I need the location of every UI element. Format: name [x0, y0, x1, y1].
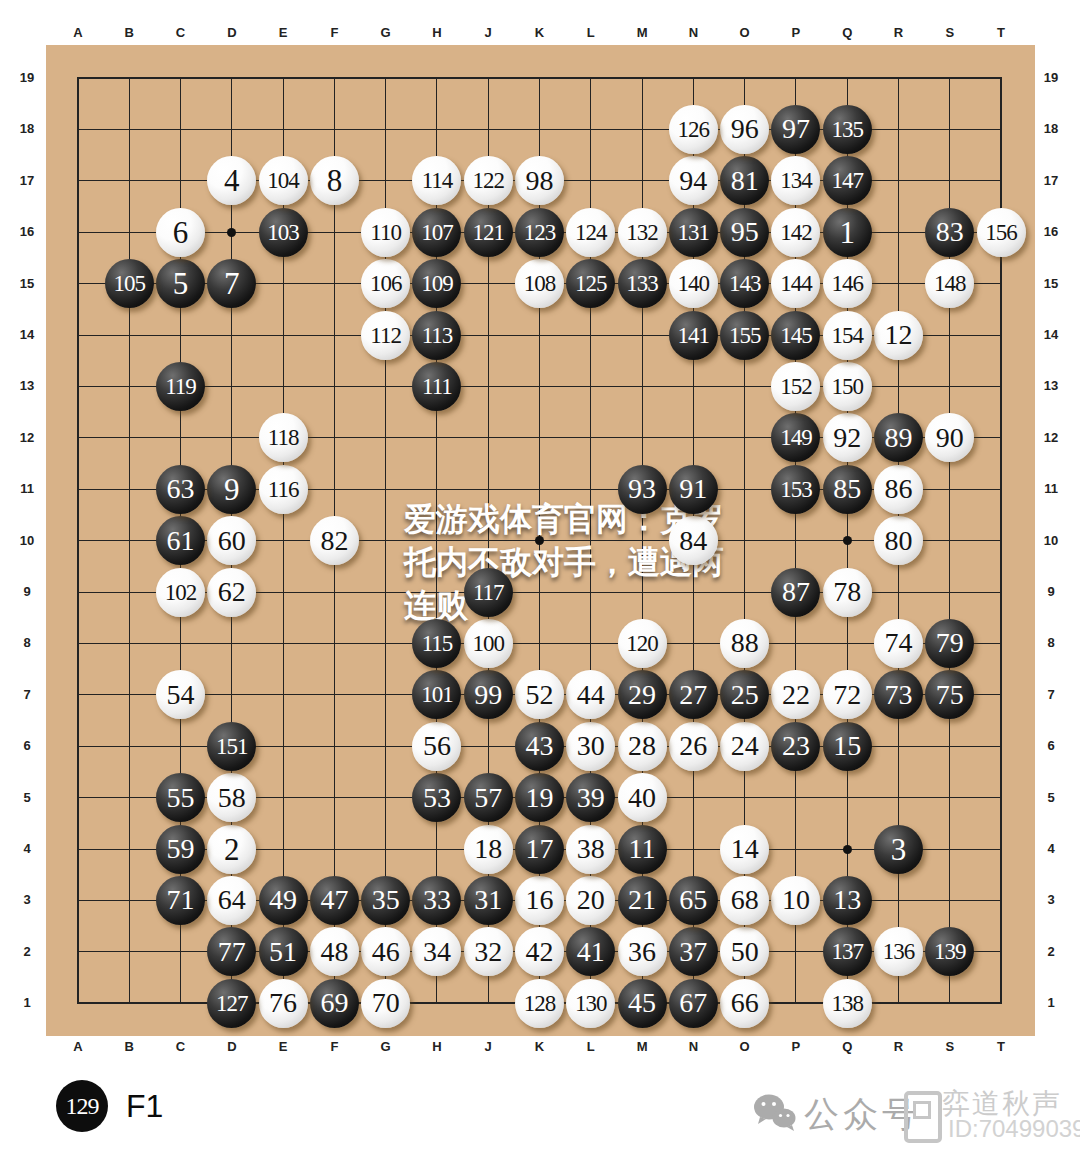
move-number: 69: [320, 989, 348, 1017]
move-number: 112: [370, 324, 401, 347]
row-label-right-8: 8: [1034, 635, 1068, 650]
stone-Q13-move-150: 150: [823, 362, 872, 411]
stone-Q14-move-154: 154: [823, 311, 872, 360]
stone-K2-move-42: 42: [515, 927, 564, 976]
move-number: 11: [629, 835, 656, 863]
col-label-top-N: N: [676, 25, 710, 40]
move-number: 59: [167, 835, 195, 863]
wechat-icon: [752, 1093, 798, 1133]
stone-K16-move-123: 123: [515, 208, 564, 257]
move-number: 115: [422, 632, 453, 655]
stone-C3-move-71: 71: [156, 876, 205, 925]
stone-M16-move-132: 132: [618, 208, 667, 257]
move-number: 90: [936, 424, 964, 452]
move-number: 104: [267, 169, 299, 192]
move-number: 46: [372, 938, 400, 966]
move-number: 36: [628, 938, 656, 966]
stone-S15-move-148: 148: [925, 259, 974, 308]
move-number: 119: [165, 375, 196, 398]
row-label-left-4: 4: [10, 841, 44, 856]
stone-C5-move-55: 55: [156, 773, 205, 822]
move-number: 118: [268, 426, 299, 449]
row-label-left-19: 19: [10, 70, 44, 85]
move-number: 2: [224, 834, 240, 865]
star-point-Q4: [843, 845, 852, 854]
move-number: 9: [224, 474, 240, 505]
move-number: 125: [575, 272, 607, 295]
stone-N16-move-131: 131: [669, 208, 718, 257]
stone-R2-move-136: 136: [874, 927, 923, 976]
col-label-bottom-N: N: [676, 1039, 710, 1054]
col-label-top-K: K: [523, 25, 557, 40]
move-number: 10: [782, 886, 810, 914]
stone-M2-move-36: 36: [618, 927, 667, 976]
watermark-id: ID:70499039: [948, 1115, 1080, 1143]
grid-line-horizontal: [77, 643, 1002, 644]
move-number: 101: [421, 683, 453, 706]
move-number: 136: [883, 940, 915, 963]
stone-P18-move-97: 97: [771, 105, 820, 154]
col-label-bottom-Q: Q: [830, 1039, 864, 1054]
move-number: 44: [577, 681, 605, 709]
stone-N10-move-84: 84: [669, 516, 718, 565]
stone-E1-move-76: 76: [259, 979, 308, 1028]
col-label-bottom-A: A: [61, 1039, 95, 1054]
row-label-left-12: 12: [10, 430, 44, 445]
stone-N18-move-126: 126: [669, 105, 718, 154]
move-number: 45: [628, 989, 656, 1017]
caption-point-label: F1: [126, 1088, 163, 1125]
move-number: 116: [268, 478, 299, 501]
row-label-left-15: 15: [10, 276, 44, 291]
stone-K4-move-17: 17: [515, 825, 564, 874]
col-label-bottom-G: G: [369, 1039, 403, 1054]
move-number: 93: [628, 475, 656, 503]
move-number: 5: [173, 268, 189, 299]
col-label-bottom-O: O: [728, 1039, 762, 1054]
move-number: 18: [474, 835, 502, 863]
stone-L3-move-20: 20: [566, 876, 615, 925]
col-label-bottom-J: J: [471, 1039, 505, 1054]
move-number: 86: [884, 475, 912, 503]
stone-G3-move-35: 35: [361, 876, 410, 925]
stone-L4-move-38: 38: [566, 825, 615, 874]
move-number: 153: [780, 478, 812, 501]
move-number: 77: [218, 938, 246, 966]
move-number: 75: [936, 681, 964, 709]
move-number: 52: [526, 681, 554, 709]
move-number: 107: [421, 221, 453, 244]
move-number: 85: [833, 475, 861, 503]
stone-L16-move-124: 124: [566, 208, 615, 257]
move-number: 142: [780, 221, 812, 244]
move-number: 149: [780, 426, 812, 449]
stone-D4-move-2: 2: [207, 825, 256, 874]
stone-J4-move-18: 18: [464, 825, 513, 874]
stone-B15-move-105: 105: [105, 259, 154, 308]
move-number: 53: [423, 784, 451, 812]
col-label-top-S: S: [933, 25, 967, 40]
stone-K17-move-98: 98: [515, 156, 564, 205]
col-label-top-L: L: [574, 25, 608, 40]
col-label-top-B: B: [112, 25, 146, 40]
stone-H6-move-56: 56: [412, 722, 461, 771]
row-label-left-16: 16: [10, 224, 44, 239]
stone-R11-move-86: 86: [874, 465, 923, 514]
stone-K6-move-43: 43: [515, 722, 564, 771]
stone-Q11-move-85: 85: [823, 465, 872, 514]
move-number: 58: [218, 784, 246, 812]
overlay-line-3: 连败: [404, 584, 724, 627]
move-number: 40: [628, 784, 656, 812]
row-label-right-11: 11: [1034, 481, 1068, 496]
col-label-bottom-C: C: [164, 1039, 198, 1054]
move-number: 17: [526, 835, 554, 863]
move-number: 41: [577, 938, 605, 966]
stone-D1-move-127: 127: [207, 979, 256, 1028]
stone-E17-move-104: 104: [259, 156, 308, 205]
stone-M5-move-40: 40: [618, 773, 667, 822]
col-label-top-P: P: [779, 25, 813, 40]
row-label-right-17: 17: [1034, 173, 1068, 188]
move-number: 134: [780, 169, 812, 192]
move-number: 3: [891, 834, 907, 865]
stone-E3-move-49: 49: [259, 876, 308, 925]
move-number: 64: [218, 886, 246, 914]
caption-stone-black: 129: [56, 1080, 108, 1132]
stone-O1-move-66: 66: [720, 979, 769, 1028]
move-number: 148: [934, 272, 966, 295]
stone-H16-move-107: 107: [412, 208, 461, 257]
stone-L1-move-130: 130: [566, 979, 615, 1028]
move-number: 55: [167, 784, 195, 812]
move-number: 31: [474, 886, 502, 914]
move-number: 60: [218, 527, 246, 555]
move-number: 80: [884, 527, 912, 555]
row-label-right-16: 16: [1034, 224, 1068, 239]
stone-Q2-move-137: 137: [823, 927, 872, 976]
col-label-top-Q: Q: [830, 25, 864, 40]
stone-Q3-move-13: 13: [823, 876, 872, 925]
stone-P13-move-152: 152: [771, 362, 820, 411]
move-number: 15: [833, 732, 861, 760]
move-number: 98: [526, 167, 554, 195]
go-kifu-page: AABBCCDDEEFFGGHHJJKKLLMMNNOOPPQQRRSSTT19…: [0, 0, 1080, 1156]
move-number: 145: [780, 324, 812, 347]
spam-text-overlay: 爱游戏体育官网：克罗 托内不敌对手，遭遇两 连败: [404, 498, 724, 627]
stone-D3-move-64: 64: [207, 876, 256, 925]
row-label-left-5: 5: [10, 790, 44, 805]
move-number: 19: [526, 784, 554, 812]
stone-J9-move-117: 117: [464, 568, 513, 617]
move-number: 95: [731, 218, 759, 246]
stone-M6-move-28: 28: [618, 722, 667, 771]
move-number: 150: [831, 375, 863, 398]
stone-M1-move-45: 45: [618, 979, 667, 1028]
stone-H14-move-113: 113: [412, 311, 461, 360]
move-number: 54: [167, 681, 195, 709]
stone-C15-move-5: 5: [156, 259, 205, 308]
move-number: 132: [626, 221, 658, 244]
move-number: 49: [269, 886, 297, 914]
stone-M15-move-133: 133: [618, 259, 667, 308]
stone-N2-move-37: 37: [669, 927, 718, 976]
stone-N6-move-26: 26: [669, 722, 718, 771]
move-number: 32: [474, 938, 502, 966]
move-number: 81: [731, 167, 759, 195]
move-number: 99: [474, 681, 502, 709]
stone-O3-move-68: 68: [720, 876, 769, 925]
move-number: 109: [421, 272, 453, 295]
move-number: 66: [731, 989, 759, 1017]
stone-F1-move-69: 69: [310, 979, 359, 1028]
row-label-left-1: 1: [10, 995, 44, 1010]
stone-E11-move-116: 116: [259, 465, 308, 514]
move-number: 131: [678, 221, 710, 244]
move-number: 61: [167, 527, 195, 555]
col-label-top-H: H: [420, 25, 454, 40]
stone-O14-move-155: 155: [720, 311, 769, 360]
move-number: 137: [831, 940, 863, 963]
move-number: 156: [985, 221, 1017, 244]
move-number: 67: [679, 989, 707, 1017]
row-label-left-8: 8: [10, 635, 44, 650]
move-number: 23: [782, 732, 810, 760]
move-number: 8: [327, 165, 343, 196]
move-number: 151: [216, 735, 248, 758]
move-number: 78: [833, 578, 861, 606]
col-label-top-O: O: [728, 25, 762, 40]
stone-P9-move-87: 87: [771, 568, 820, 617]
stone-C9-move-102: 102: [156, 568, 205, 617]
stone-N11-move-91: 91: [669, 465, 718, 514]
stone-O4-move-14: 14: [720, 825, 769, 874]
stone-P14-move-145: 145: [771, 311, 820, 360]
move-number: 79: [936, 629, 964, 657]
stone-Q6-move-15: 15: [823, 722, 872, 771]
col-label-bottom-D: D: [215, 1039, 249, 1054]
row-label-right-14: 14: [1034, 327, 1068, 342]
move-number: 63: [167, 475, 195, 503]
move-number: 29: [628, 681, 656, 709]
stone-M7-move-29: 29: [618, 670, 667, 719]
row-label-left-3: 3: [10, 892, 44, 907]
row-label-left-9: 9: [10, 584, 44, 599]
col-label-bottom-H: H: [420, 1039, 454, 1054]
row-label-right-6: 6: [1034, 738, 1068, 753]
move-number: 84: [679, 527, 707, 555]
move-number: 103: [267, 221, 299, 244]
move-number: 122: [472, 169, 504, 192]
row-label-right-10: 10: [1034, 533, 1068, 548]
stone-M8-move-120: 120: [618, 619, 667, 668]
move-number: 147: [831, 169, 863, 192]
move-number: 14: [731, 835, 759, 863]
row-label-right-9: 9: [1034, 584, 1068, 599]
stone-F3-move-47: 47: [310, 876, 359, 925]
move-number: 22: [782, 681, 810, 709]
move-number: 12: [884, 321, 912, 349]
stone-D11-move-9: 9: [207, 465, 256, 514]
move-number: 65: [679, 886, 707, 914]
row-label-left-14: 14: [10, 327, 44, 342]
stone-J17-move-122: 122: [464, 156, 513, 205]
move-number: 146: [831, 272, 863, 295]
move-number: 110: [370, 221, 401, 244]
move-number: 6: [173, 217, 189, 248]
row-label-left-18: 18: [10, 121, 44, 136]
stone-E2-move-51: 51: [259, 927, 308, 976]
col-label-bottom-K: K: [523, 1039, 557, 1054]
move-number: 62: [218, 578, 246, 606]
move-number: 120: [626, 632, 658, 655]
col-label-top-A: A: [61, 25, 95, 40]
stone-N7-move-27: 27: [669, 670, 718, 719]
col-label-bottom-P: P: [779, 1039, 813, 1054]
move-number: 102: [165, 581, 197, 604]
col-label-bottom-S: S: [933, 1039, 967, 1054]
row-label-left-7: 7: [10, 687, 44, 702]
col-label-top-C: C: [164, 25, 198, 40]
stone-R8-move-74: 74: [874, 619, 923, 668]
move-number: 87: [782, 578, 810, 606]
move-number: 39: [577, 784, 605, 812]
stone-N3-move-65: 65: [669, 876, 718, 925]
stone-C11-move-63: 63: [156, 465, 205, 514]
stone-Q15-move-146: 146: [823, 259, 872, 308]
move-number: 26: [679, 732, 707, 760]
col-label-top-J: J: [471, 25, 505, 40]
move-number: 143: [729, 272, 761, 295]
stone-H3-move-33: 33: [412, 876, 461, 925]
move-number: 28: [628, 732, 656, 760]
stone-J7-move-99: 99: [464, 670, 513, 719]
move-number: 135: [831, 118, 863, 141]
move-number: 13: [833, 886, 861, 914]
stone-O6-move-24: 24: [720, 722, 769, 771]
stone-K1-move-128: 128: [515, 979, 564, 1028]
move-number: 144: [780, 272, 812, 295]
move-number: 73: [884, 681, 912, 709]
col-label-bottom-R: R: [881, 1039, 915, 1054]
stone-R14-move-12: 12: [874, 311, 923, 360]
move-number: 141: [678, 324, 710, 347]
move-number: 57: [474, 784, 502, 812]
move-number: 114: [422, 169, 453, 192]
stone-K3-move-16: 16: [515, 876, 564, 925]
row-label-right-1: 1: [1034, 995, 1068, 1010]
row-label-right-5: 5: [1034, 790, 1068, 805]
stone-T16-move-156: 156: [977, 208, 1026, 257]
stone-J8-move-100: 100: [464, 619, 513, 668]
move-number: 152: [780, 375, 812, 398]
move-number: 89: [884, 424, 912, 452]
col-label-bottom-L: L: [574, 1039, 608, 1054]
stone-H8-move-115: 115: [412, 619, 461, 668]
row-label-right-12: 12: [1034, 430, 1068, 445]
watermark: 公众号 弈道秋声 ID:70499039: [752, 1085, 1072, 1147]
move-number: 76: [269, 989, 297, 1017]
move-caption: 129 F1: [56, 1080, 163, 1132]
row-label-right-4: 4: [1034, 841, 1068, 856]
move-number: 71: [167, 886, 195, 914]
move-number: 100: [472, 632, 504, 655]
stone-H13-move-111: 111: [412, 362, 461, 411]
move-number: 88: [731, 629, 759, 657]
stone-J3-move-31: 31: [464, 876, 513, 925]
move-number: 37: [679, 938, 707, 966]
stone-M11-move-93: 93: [618, 465, 667, 514]
row-label-left-17: 17: [10, 173, 44, 188]
stone-C10-move-61: 61: [156, 516, 205, 565]
move-number: 105: [114, 272, 146, 295]
move-number: 106: [370, 272, 402, 295]
stone-P16-move-142: 142: [771, 208, 820, 257]
col-label-top-G: G: [369, 25, 403, 40]
row-label-right-19: 19: [1034, 70, 1068, 85]
move-number: 56: [423, 732, 451, 760]
move-number: 27: [679, 681, 707, 709]
move-number: 70: [372, 989, 400, 1017]
col-label-bottom-F: F: [317, 1039, 351, 1054]
move-number: 50: [731, 938, 759, 966]
move-number: 20: [577, 886, 605, 914]
move-number: 133: [626, 272, 658, 295]
move-number: 130: [575, 992, 607, 1015]
stone-L6-move-30: 30: [566, 722, 615, 771]
stone-D9-move-62: 62: [207, 568, 256, 617]
stone-O15-move-143: 143: [720, 259, 769, 308]
move-number: 113: [422, 324, 453, 347]
move-number: 140: [678, 272, 710, 295]
move-number: 124: [575, 221, 607, 244]
stone-Q12-move-92: 92: [823, 413, 872, 462]
stone-C7-move-54: 54: [156, 670, 205, 719]
stone-E12-move-118: 118: [259, 413, 308, 462]
stone-R12-move-89: 89: [874, 413, 923, 462]
col-label-top-E: E: [266, 25, 300, 40]
stone-O16-move-95: 95: [720, 208, 769, 257]
stone-R4-move-3: 3: [874, 825, 923, 874]
move-number: 96: [731, 115, 759, 143]
move-number: 21: [628, 886, 656, 914]
row-label-right-7: 7: [1034, 687, 1068, 702]
col-label-bottom-E: E: [266, 1039, 300, 1054]
stone-C16-move-6: 6: [156, 208, 205, 257]
stone-G15-move-106: 106: [361, 259, 410, 308]
col-label-bottom-M: M: [625, 1039, 659, 1054]
stone-G1-move-70: 70: [361, 979, 410, 1028]
stone-G14-move-112: 112: [361, 311, 410, 360]
move-number: 138: [831, 992, 863, 1015]
col-label-bottom-B: B: [112, 1039, 146, 1054]
row-label-right-3: 3: [1034, 892, 1068, 907]
stone-P6-move-23: 23: [771, 722, 820, 771]
move-number: 24: [731, 732, 759, 760]
move-number: 43: [526, 732, 554, 760]
move-number: 35: [372, 886, 400, 914]
stone-O18-move-96: 96: [720, 105, 769, 154]
col-label-top-T: T: [984, 25, 1018, 40]
col-label-bottom-T: T: [984, 1039, 1018, 1054]
stone-Q17-move-147: 147: [823, 156, 872, 205]
move-number: 74: [884, 629, 912, 657]
col-label-top-F: F: [317, 25, 351, 40]
move-number: 42: [526, 938, 554, 966]
stone-P3-move-10: 10: [771, 876, 820, 925]
row-label-left-11: 11: [10, 481, 44, 496]
stone-R7-move-73: 73: [874, 670, 923, 719]
